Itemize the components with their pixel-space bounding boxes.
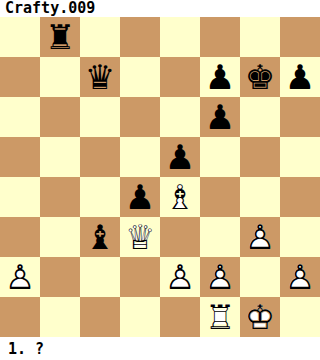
white-pawn-piece[interactable]: ♟♙: [280, 257, 320, 297]
square-b7[interactable]: [40, 57, 80, 97]
square-b5[interactable]: [40, 137, 80, 177]
square-b6[interactable]: [40, 97, 80, 137]
white-pawn-piece[interactable]: ♟♙: [240, 217, 280, 257]
square-c2[interactable]: [80, 257, 120, 297]
square-e7[interactable]: [160, 57, 200, 97]
square-a5[interactable]: [0, 137, 40, 177]
square-g6[interactable]: [240, 97, 280, 137]
white-queen-piece[interactable]: ♛♕: [120, 217, 160, 257]
square-h5[interactable]: [280, 137, 320, 177]
square-g7[interactable]: ♚: [240, 57, 280, 97]
white-king-piece[interactable]: ♚♔: [240, 297, 280, 337]
square-b2[interactable]: [40, 257, 80, 297]
square-a6[interactable]: [0, 97, 40, 137]
black-pawn-piece[interactable]: ♟: [120, 177, 160, 217]
square-g2[interactable]: [240, 257, 280, 297]
square-h2[interactable]: ♟♙: [280, 257, 320, 297]
square-d6[interactable]: [120, 97, 160, 137]
square-b4[interactable]: [40, 177, 80, 217]
square-d8[interactable]: [120, 17, 160, 57]
square-d7[interactable]: [120, 57, 160, 97]
square-a1[interactable]: [0, 297, 40, 337]
square-h4[interactable]: [280, 177, 320, 217]
square-h6[interactable]: [280, 97, 320, 137]
square-h7[interactable]: ♟: [280, 57, 320, 97]
square-c8[interactable]: [80, 17, 120, 57]
square-c3[interactable]: ♝: [80, 217, 120, 257]
move-prompt: 1. ?: [8, 339, 44, 359]
window-title: Crafty.009: [5, 0, 95, 17]
square-f5[interactable]: [200, 137, 240, 177]
square-d2[interactable]: [120, 257, 160, 297]
white-pawn-piece[interactable]: ♟♙: [160, 257, 200, 297]
square-f4[interactable]: [200, 177, 240, 217]
square-e3[interactable]: [160, 217, 200, 257]
square-e2[interactable]: ♟♙: [160, 257, 200, 297]
square-a8[interactable]: [0, 17, 40, 57]
square-a2[interactable]: ♟♙: [0, 257, 40, 297]
square-h8[interactable]: [280, 17, 320, 57]
black-bishop-piece[interactable]: ♝: [80, 217, 120, 257]
square-c4[interactable]: [80, 177, 120, 217]
square-d1[interactable]: [120, 297, 160, 337]
square-h3[interactable]: [280, 217, 320, 257]
square-c5[interactable]: [80, 137, 120, 177]
chess-board: ♜♛♟♚♟♟♟♟♝♗♝♛♕♟♙♟♙♟♙♟♙♟♙♜♖♚♔: [0, 17, 320, 337]
black-rook-piece[interactable]: ♜: [40, 17, 80, 57]
title-bar: Crafty.009: [0, 0, 320, 17]
black-pawn-piece[interactable]: ♟: [200, 97, 240, 137]
white-rook-piece[interactable]: ♜♖: [200, 297, 240, 337]
square-e5[interactable]: ♟: [160, 137, 200, 177]
square-g5[interactable]: [240, 137, 280, 177]
black-pawn-piece[interactable]: ♟: [160, 137, 200, 177]
square-g8[interactable]: [240, 17, 280, 57]
status-bar: 1. ?: [0, 337, 320, 360]
square-c6[interactable]: [80, 97, 120, 137]
square-d5[interactable]: [120, 137, 160, 177]
square-c7[interactable]: ♛: [80, 57, 120, 97]
square-g1[interactable]: ♚♔: [240, 297, 280, 337]
square-d4[interactable]: ♟: [120, 177, 160, 217]
square-e4[interactable]: ♝♗: [160, 177, 200, 217]
square-b3[interactable]: [40, 217, 80, 257]
square-b1[interactable]: [40, 297, 80, 337]
black-king-piece[interactable]: ♚: [240, 57, 280, 97]
square-b8[interactable]: ♜: [40, 17, 80, 57]
square-f7[interactable]: ♟: [200, 57, 240, 97]
white-pawn-piece[interactable]: ♟♙: [0, 257, 40, 297]
square-f8[interactable]: [200, 17, 240, 57]
square-f2[interactable]: ♟♙: [200, 257, 240, 297]
white-bishop-piece[interactable]: ♝♗: [160, 177, 200, 217]
square-f3[interactable]: [200, 217, 240, 257]
square-c1[interactable]: [80, 297, 120, 337]
black-pawn-piece[interactable]: ♟: [200, 57, 240, 97]
square-g4[interactable]: [240, 177, 280, 217]
square-f6[interactable]: ♟: [200, 97, 240, 137]
square-a7[interactable]: [0, 57, 40, 97]
square-a3[interactable]: [0, 217, 40, 257]
black-pawn-piece[interactable]: ♟: [280, 57, 320, 97]
square-e8[interactable]: [160, 17, 200, 57]
square-d3[interactable]: ♛♕: [120, 217, 160, 257]
square-e6[interactable]: [160, 97, 200, 137]
square-h1[interactable]: [280, 297, 320, 337]
black-queen-piece[interactable]: ♛: [80, 57, 120, 97]
square-g3[interactable]: ♟♙: [240, 217, 280, 257]
square-a4[interactable]: [0, 177, 40, 217]
square-f1[interactable]: ♜♖: [200, 297, 240, 337]
square-e1[interactable]: [160, 297, 200, 337]
white-pawn-piece[interactable]: ♟♙: [200, 257, 240, 297]
